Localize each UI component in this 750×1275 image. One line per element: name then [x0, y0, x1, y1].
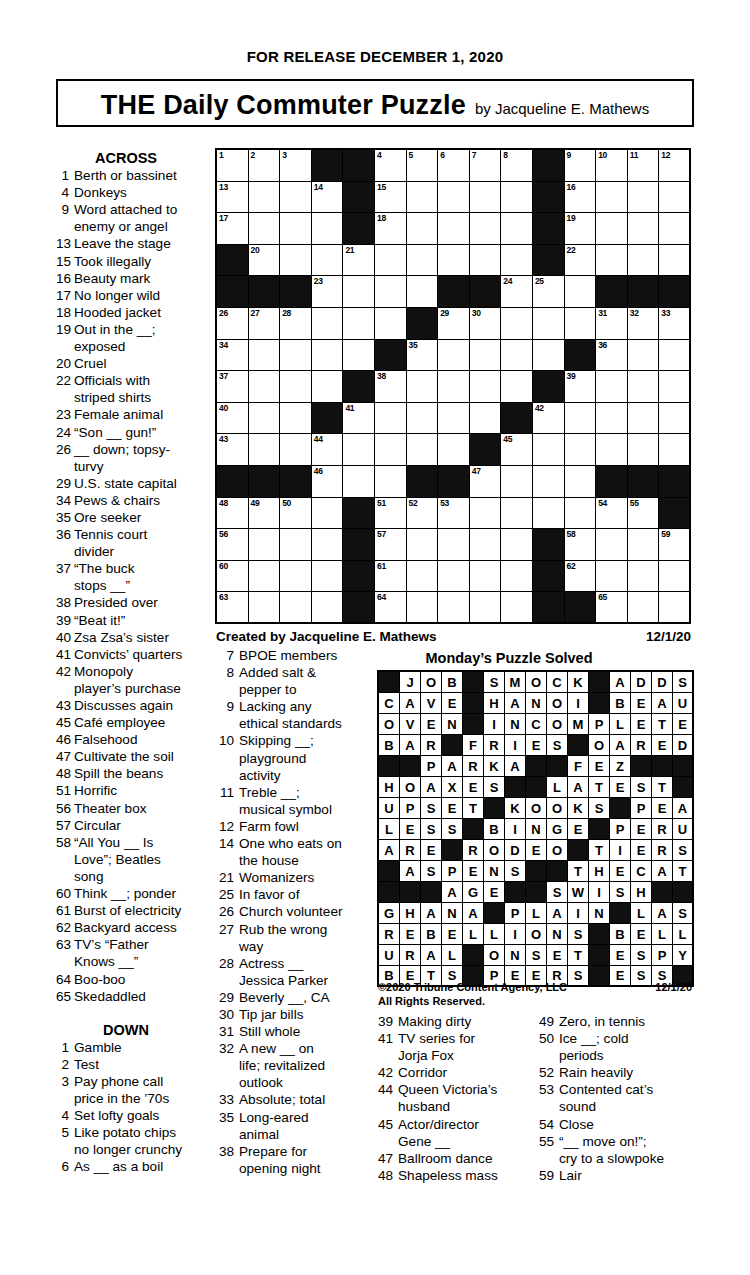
solution-letter: R: [636, 739, 645, 752]
cell-r10c5[interactable]: [343, 434, 375, 466]
cell-r3c6[interactable]: 18: [375, 213, 407, 245]
cell-r9c7[interactable]: [407, 403, 439, 435]
cell-r12c6[interactable]: 51: [375, 498, 407, 530]
solution-letter: H: [636, 886, 645, 899]
cell-r8c4[interactable]: [312, 371, 344, 403]
cell-r3c8[interactable]: [438, 213, 470, 245]
clue-across-15: 15Took illegally: [56, 253, 214, 270]
solution-letter: X: [448, 781, 457, 794]
solution-letter: T: [679, 865, 687, 878]
clue-number: 41: [56, 646, 69, 663]
solution-cell-r6c11: T: [589, 777, 610, 798]
cell-r10c13[interactable]: [596, 434, 628, 466]
cell-r9c6[interactable]: [375, 403, 407, 435]
cell-r6c2[interactable]: 27: [249, 308, 281, 340]
clue-column-3: 39Making dirty41TV series for Jorja Fox4…: [376, 1013, 533, 1184]
cell-r7c5[interactable]: [343, 340, 375, 372]
cell-r15c15[interactable]: [659, 592, 691, 624]
cell-r10c4[interactable]: 44: [312, 434, 344, 466]
clue-across-39: 39“Beat it!”: [56, 612, 214, 629]
clue-down-28: 28Actress __ Jessica Parker: [215, 955, 375, 989]
cell-r3c1[interactable]: 17: [217, 213, 249, 245]
clue-across-62: 62Backyard access: [56, 919, 214, 936]
solution-letter: E: [448, 928, 457, 941]
cell-r7c13[interactable]: 36: [596, 340, 628, 372]
cell-r3c10[interactable]: [501, 213, 533, 245]
clue-text: Lacking any ethical standards: [239, 698, 375, 732]
cell-r10c15[interactable]: [659, 434, 691, 466]
clue-down-7: 7BPOE members: [215, 647, 375, 664]
clue-across-4: 4Donkeys: [56, 184, 214, 201]
cell-r2c4[interactable]: 14: [312, 182, 344, 214]
cell-r15c14[interactable]: [628, 592, 660, 624]
cell-r8c9[interactable]: [470, 371, 502, 403]
cell-r11c6[interactable]: [375, 466, 407, 498]
clue-down-48: 48Shapeless mass: [376, 1167, 533, 1184]
solution-cell-r10c12: E: [610, 861, 631, 882]
cell-r3c7[interactable]: [407, 213, 439, 245]
clue-number: 15: [56, 253, 69, 270]
cell-r11c11[interactable]: [533, 466, 565, 498]
cell-number: 32: [630, 308, 639, 318]
cell-r15c8[interactable]: [438, 592, 470, 624]
cell-r6c10[interactable]: [501, 308, 533, 340]
solution-letter: F: [469, 739, 477, 752]
clue-text: Spill the beans: [74, 765, 214, 782]
solution-cell-r2c4: E: [442, 693, 463, 714]
cell-number: 41: [345, 403, 354, 413]
cell-r4c2[interactable]: 20: [249, 245, 281, 277]
cell-r14c3[interactable]: [280, 561, 312, 593]
cell-r1c10[interactable]: 8: [501, 150, 533, 182]
cell-r14c6[interactable]: 61: [375, 561, 407, 593]
cell-r10c10[interactable]: 45: [501, 434, 533, 466]
solution-cell-r6c14: T: [652, 777, 673, 798]
cell-r13c13[interactable]: [596, 529, 628, 561]
solution-letter: T: [658, 718, 666, 731]
solution-letter: A: [426, 781, 435, 794]
cell-r1c3[interactable]: 3: [280, 150, 312, 182]
cell-number: 15: [377, 182, 386, 192]
cell-r8c2[interactable]: [249, 371, 281, 403]
cell-r15c9[interactable]: [470, 592, 502, 624]
solution-cell-r4c10: [568, 735, 589, 756]
cell-r12c1[interactable]: 48: [217, 498, 249, 530]
cell-r4c13[interactable]: [596, 245, 628, 277]
solution-letter: E: [427, 844, 436, 857]
cell-r10c14[interactable]: [628, 434, 660, 466]
solution-cell-r11c6: E: [484, 882, 505, 903]
cell-r4c5[interactable]: 21: [343, 245, 375, 277]
clue-text: Pay phone call price in the ’70s: [74, 1073, 214, 1107]
solution-letter: D: [678, 739, 687, 752]
cell-r12c4[interactable]: [312, 498, 344, 530]
clue-number: 35: [56, 509, 69, 526]
cell-r3c3[interactable]: [280, 213, 312, 245]
cell-number: 14: [314, 182, 323, 192]
cell-r6c9[interactable]: 30: [470, 308, 502, 340]
solution-cell-r3c1: O: [379, 714, 400, 735]
cell-r9c12[interactable]: [565, 403, 597, 435]
clue-number: 19: [56, 321, 69, 355]
cell-r4c4[interactable]: [312, 245, 344, 277]
cell-r2c1[interactable]: 13: [217, 182, 249, 214]
clue-text: __ down; topsy- turvy: [74, 441, 214, 475]
clue-text: Female animal: [74, 406, 214, 423]
solution-letter: A: [426, 907, 435, 920]
clue-number: 6: [56, 1158, 69, 1175]
cell-r1c8[interactable]: 6: [438, 150, 470, 182]
cell-r1c7[interactable]: 5: [407, 150, 439, 182]
clue-down-10: 10Skipping __; playground activity: [215, 732, 375, 783]
cell-r4c15[interactable]: [659, 245, 691, 277]
cell-r4c12[interactable]: 22: [565, 245, 597, 277]
cell-r6c14[interactable]: 32: [628, 308, 660, 340]
clue-text: One who eats on the house: [239, 835, 375, 869]
solution-cell-r10c15: T: [673, 861, 694, 882]
cell-r7c7[interactable]: 35: [407, 340, 439, 372]
cell-r1c9[interactable]: 7: [470, 150, 502, 182]
cell-r2c8[interactable]: [438, 182, 470, 214]
cell-r1c15[interactable]: 12: [659, 150, 691, 182]
cell-r3c2[interactable]: [249, 213, 281, 245]
solution-cell-r2c2: A: [400, 693, 421, 714]
cell-r2c7[interactable]: [407, 182, 439, 214]
solution-letter: A: [510, 760, 519, 773]
cell-r8c1[interactable]: 37: [217, 371, 249, 403]
solution-cell-r5c12: Z: [610, 756, 631, 777]
cell-r14c9[interactable]: [470, 561, 502, 593]
clue-across-43: 43Discusses again: [56, 697, 214, 714]
cell-r4c9[interactable]: [470, 245, 502, 277]
cell-r9c15[interactable]: [659, 403, 691, 435]
cell-r8c13[interactable]: [596, 371, 628, 403]
clue-number: 4: [56, 184, 69, 201]
cell-r14c14[interactable]: [628, 561, 660, 593]
solution-letter: O: [489, 844, 499, 857]
cell-r11c9[interactable]: 47: [470, 466, 502, 498]
cell-r15c10[interactable]: [501, 592, 533, 624]
cell-r13c14[interactable]: [628, 529, 660, 561]
cell-r7c3[interactable]: [280, 340, 312, 372]
cell-r4c8[interactable]: [438, 245, 470, 277]
solution-cell-r8c12: P: [610, 819, 631, 840]
cell-r13c12[interactable]: 58: [565, 529, 597, 561]
cell-r6c8[interactable]: 29: [438, 308, 470, 340]
cell-r10c8[interactable]: [438, 434, 470, 466]
cell-r3c15[interactable]: [659, 213, 691, 245]
cell-r9c3[interactable]: [280, 403, 312, 435]
cell-r9c9[interactable]: [470, 403, 502, 435]
cell-r11c12[interactable]: [565, 466, 597, 498]
cell-r5c10[interactable]: 24: [501, 276, 533, 308]
cell-r9c2[interactable]: [249, 403, 281, 435]
solution-cell-r1c10: K: [568, 672, 589, 693]
solution-cell-r3c12: L: [610, 714, 631, 735]
clue-text: Queen Victoria’s husband: [398, 1081, 533, 1115]
clue-number: 21: [215, 869, 234, 886]
cell-r4c6[interactable]: [375, 245, 407, 277]
cell-r6c6[interactable]: [375, 308, 407, 340]
cell-r14c1[interactable]: 60: [217, 561, 249, 593]
cell-r10c12[interactable]: [565, 434, 597, 466]
clue-down-45: 45Actor/director Gene __: [376, 1116, 533, 1150]
cell-r1c13[interactable]: 10: [596, 150, 628, 182]
solution-cell-r9c5: R: [463, 840, 484, 861]
cell-r1c2[interactable]: 2: [249, 150, 281, 182]
cell-r13c4[interactable]: [312, 529, 344, 561]
cell-r15c1[interactable]: 63: [217, 592, 249, 624]
clue-text: Farm fowl: [239, 818, 375, 835]
solution-cell-r7c14: E: [652, 798, 673, 819]
cell-r14c8[interactable]: [438, 561, 470, 593]
cell-r7c10[interactable]: [501, 340, 533, 372]
cell-r12c10[interactable]: [501, 498, 533, 530]
cell-r13c10[interactable]: [501, 529, 533, 561]
cell-r7c9[interactable]: [470, 340, 502, 372]
cell-r10c2[interactable]: [249, 434, 281, 466]
cell-r1c12[interactable]: 9: [565, 150, 597, 182]
cell-r7c2[interactable]: [249, 340, 281, 372]
cell-r1c14[interactable]: 11: [628, 150, 660, 182]
clue-text: Café employee: [74, 714, 214, 731]
solution-cell-r3c5: [463, 714, 484, 735]
cell-r4c10[interactable]: [501, 245, 533, 277]
cell-r15c7[interactable]: [407, 592, 439, 624]
cell-r6c5[interactable]: [343, 308, 375, 340]
cell-r8c6[interactable]: 38: [375, 371, 407, 403]
cell-r2c10[interactable]: [501, 182, 533, 214]
cell-r13c6[interactable]: 57: [375, 529, 407, 561]
clue-text: No longer wild: [74, 287, 214, 304]
cell-r2c6[interactable]: 15: [375, 182, 407, 214]
cell-r1c1[interactable]: 1: [217, 150, 249, 182]
solution-cell-r1c5: [463, 672, 484, 693]
cell-r7c11[interactable]: [533, 340, 565, 372]
cell-r8c8[interactable]: [438, 371, 470, 403]
solution-letter: P: [448, 865, 457, 878]
cell-number: 33: [661, 308, 670, 318]
cell-r10c11[interactable]: [533, 434, 565, 466]
cell-r14c7[interactable]: [407, 561, 439, 593]
cell-r2c2[interactable]: [249, 182, 281, 214]
cell-r8c7[interactable]: [407, 371, 439, 403]
cell-r12c9[interactable]: [470, 498, 502, 530]
cell-r4c3[interactable]: [280, 245, 312, 277]
cell-r10c1[interactable]: 43: [217, 434, 249, 466]
cell-r14c2[interactable]: [249, 561, 281, 593]
cell-r14c12[interactable]: 62: [565, 561, 597, 593]
cell-r9c14[interactable]: [628, 403, 660, 435]
cell-r2c9[interactable]: [470, 182, 502, 214]
cell-r10c7[interactable]: [407, 434, 439, 466]
solution-cell-r8c8: N: [526, 819, 547, 840]
solution-letter: H: [384, 781, 393, 794]
solution-cell-r8c9: G: [547, 819, 568, 840]
cell-r8c12[interactable]: 39: [565, 371, 597, 403]
cell-number: 56: [219, 529, 228, 539]
cell-r12c2[interactable]: 49: [249, 498, 281, 530]
cell-r9c11[interactable]: 42: [533, 403, 565, 435]
clue-text: Contented cat’s sound: [559, 1081, 693, 1115]
cell-r15c6[interactable]: 64: [375, 592, 407, 624]
cell-r12c13[interactable]: 54: [596, 498, 628, 530]
solution-cell-r2c7: A: [505, 693, 526, 714]
clue-down-35: 35Long-eared animal: [215, 1109, 375, 1143]
cell-r5c6[interactable]: [375, 276, 407, 308]
cell-r13c15[interactable]: 59: [659, 529, 691, 561]
solution-cell-r10c9: [547, 861, 568, 882]
cell-r7c8[interactable]: [438, 340, 470, 372]
cell-r15c2[interactable]: [249, 592, 281, 624]
cell-r14c4[interactable]: [312, 561, 344, 593]
solution-letter: U: [678, 697, 687, 710]
solution-cell-r10c2: A: [400, 861, 421, 882]
cell-r9c8[interactable]: [438, 403, 470, 435]
cell-r14c10[interactable]: [501, 561, 533, 593]
cell-r2c13[interactable]: [596, 182, 628, 214]
solution-cell-r7c13: P: [631, 798, 652, 819]
cell-r8c15[interactable]: [659, 371, 691, 403]
cell-r11c8: [438, 466, 470, 498]
cell-r9c5[interactable]: 41: [343, 403, 375, 435]
solution-letter: P: [658, 949, 667, 962]
cell-r6c3[interactable]: 28: [280, 308, 312, 340]
cell-r3c12[interactable]: 19: [565, 213, 597, 245]
cell-r13c7[interactable]: [407, 529, 439, 561]
solution-letter: E: [616, 781, 625, 794]
solution-cell-r6c5: E: [463, 777, 484, 798]
cell-number: 57: [377, 529, 386, 539]
cell-r12c3[interactable]: 50: [280, 498, 312, 530]
cell-number: 25: [535, 276, 544, 286]
cell-r5c5[interactable]: [343, 276, 375, 308]
cell-number: 49: [251, 498, 260, 508]
cell-r4c14[interactable]: [628, 245, 660, 277]
cell-r7c1[interactable]: 34: [217, 340, 249, 372]
cell-r3c9[interactable]: [470, 213, 502, 245]
cell-r6c7: [407, 308, 439, 340]
cell-r9c13[interactable]: [596, 403, 628, 435]
solution-cell-r8c15: U: [673, 819, 694, 840]
cell-r11c13: [596, 466, 628, 498]
solution-letter: B: [615, 697, 624, 710]
cell-r6c1[interactable]: 26: [217, 308, 249, 340]
cell-r5c4[interactable]: 23: [312, 276, 344, 308]
solution-cell-r2c6: H: [484, 693, 505, 714]
cell-r7c15[interactable]: [659, 340, 691, 372]
cell-r9c1[interactable]: 40: [217, 403, 249, 435]
clue-number: 34: [56, 492, 69, 509]
clue-down-50: 50Ice __; cold periods: [537, 1030, 693, 1064]
cell-r15c3[interactable]: [280, 592, 312, 624]
cell-number: 9: [567, 150, 571, 160]
cell-r6c12[interactable]: [565, 308, 597, 340]
solution-cell-r14c14: P: [652, 945, 673, 966]
cell-r2c15[interactable]: [659, 182, 691, 214]
clue-number: 47: [376, 1150, 393, 1167]
cell-r7c4[interactable]: [312, 340, 344, 372]
cell-r5c7[interactable]: [407, 276, 439, 308]
clue-number: 27: [215, 921, 234, 955]
cell-r5c8: [438, 276, 470, 308]
cell-r2c14[interactable]: [628, 182, 660, 214]
clue-down-33: 33Absolute; total: [215, 1091, 375, 1108]
cell-r7c14[interactable]: [628, 340, 660, 372]
cell-r10c3[interactable]: [280, 434, 312, 466]
cell-r11c5[interactable]: [343, 466, 375, 498]
solution-cell-r5c15: [673, 756, 694, 777]
cell-r5c11[interactable]: 25: [533, 276, 565, 308]
cell-number: 47: [472, 466, 481, 476]
cell-r3c13[interactable]: [596, 213, 628, 245]
cell-r6c15[interactable]: 33: [659, 308, 691, 340]
solution-cell-r4c12: A: [610, 735, 631, 756]
cell-r1c6[interactable]: 4: [375, 150, 407, 182]
cell-r11c14: [628, 466, 660, 498]
cell-r8c10[interactable]: [501, 371, 533, 403]
cell-r15c13[interactable]: 65: [596, 592, 628, 624]
solution-cell-r6c15: [673, 777, 694, 798]
clue-across-20: 20Cruel: [56, 355, 214, 372]
solution-letter: A: [657, 697, 666, 710]
cell-r12c12[interactable]: [565, 498, 597, 530]
cell-r3c14[interactable]: [628, 213, 660, 245]
clue-number: 36: [56, 526, 69, 560]
cell-r13c2[interactable]: [249, 529, 281, 561]
clue-down-2: 2Test: [56, 1056, 214, 1073]
clue-text: Corridor: [398, 1064, 533, 1081]
cell-r2c3[interactable]: [280, 182, 312, 214]
cell-number: 5: [409, 150, 413, 160]
cell-r10c6[interactable]: [375, 434, 407, 466]
clue-text: Prepare for opening night: [239, 1143, 375, 1177]
cell-r13c1[interactable]: 56: [217, 529, 249, 561]
clue-number: 37: [56, 560, 69, 594]
cell-r6c11[interactable]: [533, 308, 565, 340]
cell-r12c14[interactable]: 55: [628, 498, 660, 530]
cell-r6c13[interactable]: 31: [596, 308, 628, 340]
cell-r8c3[interactable]: [280, 371, 312, 403]
cell-r5c12[interactable]: [565, 276, 597, 308]
clue-number: 25: [215, 886, 234, 903]
solution-cell-r13c2: E: [400, 924, 421, 945]
cell-r12c7[interactable]: 52: [407, 498, 439, 530]
cell-r8c14[interactable]: [628, 371, 660, 403]
cell-r13c8[interactable]: [438, 529, 470, 561]
clue-number: 3: [56, 1073, 69, 1107]
cell-r6c4[interactable]: [312, 308, 344, 340]
cell-r2c12[interactable]: 16: [565, 182, 597, 214]
cell-r2c5: [343, 182, 375, 214]
cell-r4c7[interactable]: [407, 245, 439, 277]
cell-r12c8[interactable]: 53: [438, 498, 470, 530]
solution-letter: L: [658, 928, 666, 941]
cell-r11c10[interactable]: [501, 466, 533, 498]
cell-r11c4[interactable]: 46: [312, 466, 344, 498]
cell-r3c4[interactable]: [312, 213, 344, 245]
cell-r14c15[interactable]: [659, 561, 691, 593]
clue-number: 58: [56, 834, 69, 885]
cell-r13c3[interactable]: [280, 529, 312, 561]
cell-r15c4[interactable]: [312, 592, 344, 624]
cell-r12c11[interactable]: [533, 498, 565, 530]
cell-r14c13[interactable]: [596, 561, 628, 593]
solution-cell-r12c11: N: [589, 903, 610, 924]
cell-r13c9[interactable]: [470, 529, 502, 561]
clue-number: 44: [376, 1081, 393, 1115]
cell-number: 20: [251, 245, 260, 255]
